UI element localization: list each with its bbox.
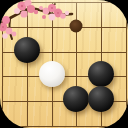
grid-cell (2, 2, 27, 27)
white-stone[interactable] (39, 61, 65, 87)
grid-cell (27, 2, 52, 27)
black-stone[interactable] (14, 37, 40, 63)
black-stone[interactable] (88, 61, 114, 87)
black-stone[interactable] (88, 86, 114, 112)
grid-cell (101, 27, 126, 52)
grid-cell (27, 101, 52, 126)
grid-cell (2, 101, 27, 126)
star-point (70, 19, 83, 32)
grid-cell (101, 2, 126, 27)
grid-cell (2, 76, 27, 101)
go-app-icon (0, 0, 128, 128)
black-stone[interactable] (63, 86, 89, 112)
